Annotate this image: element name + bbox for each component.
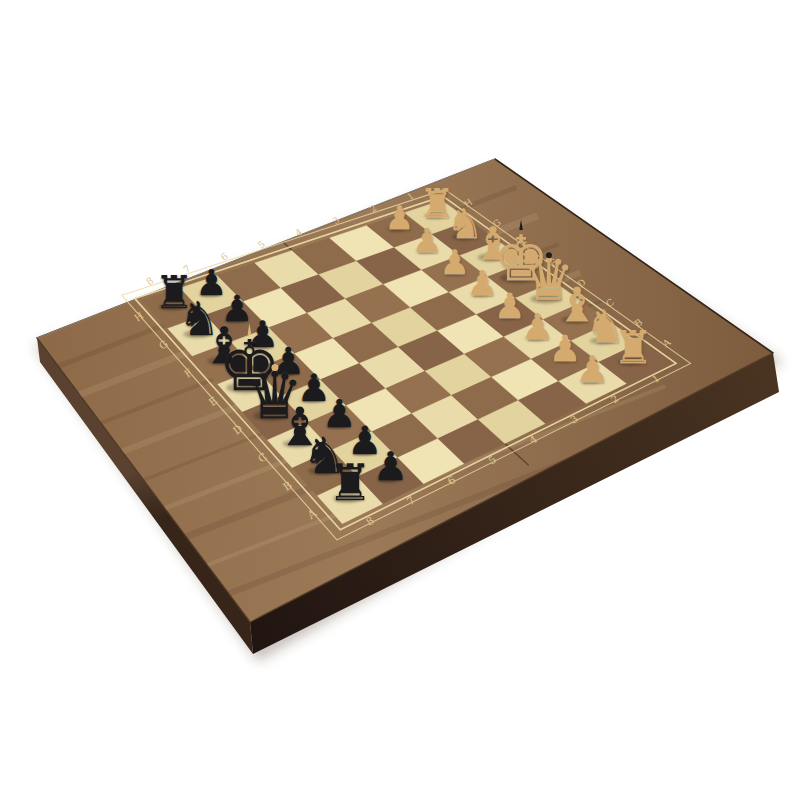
- piece-white-pawn-a2[interactable]: ♟: [576, 352, 609, 389]
- chess-set-photo: HHGGFFEEDDCCBBAA8877665544332211 ♜♟♞♟♝♟♚…: [0, 0, 800, 800]
- board-surface: HHGGFFEEDDCCBBAA8877665544332211: [0, 0, 800, 800]
- queen-ball-finial: [546, 252, 552, 258]
- king-spike-finial: [247, 323, 251, 335]
- king-spike-finial: [519, 220, 523, 231]
- piece-white-pawn-e2[interactable]: ♟: [467, 266, 498, 301]
- piece-white-pawn-f2[interactable]: ♟: [439, 245, 469, 279]
- piece-black-pawn-a7[interactable]: ♟: [373, 447, 409, 487]
- piece-white-pawn-h2[interactable]: ♟: [385, 202, 414, 235]
- queen-ball-finial: [271, 364, 278, 371]
- piece-black-rook-a8[interactable]: ♜: [328, 458, 373, 508]
- piece-white-pawn-g2[interactable]: ♟: [412, 224, 442, 257]
- piece-white-rook-a1[interactable]: ♜: [613, 325, 653, 370]
